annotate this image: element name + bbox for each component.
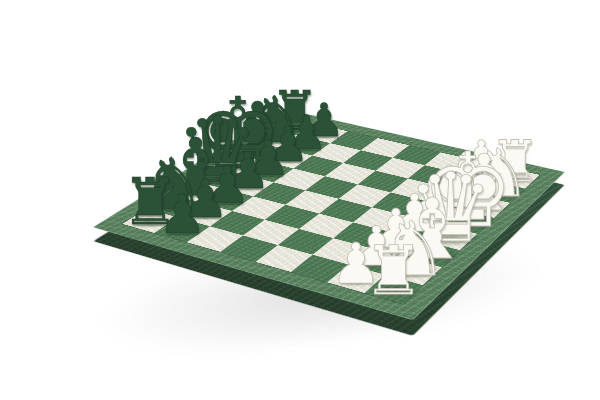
rook-glyph: ♜: [363, 231, 424, 310]
photo-stage: ♜♞♝♛♚♝♞♜♟♟♟♟♟♟♟♟♟♟♟♟♟♟♟♟♜♞♝♛♚♝♞♜: [0, 0, 600, 400]
piece-green-pawn-a7[interactable]: ♟: [158, 188, 207, 242]
piece-white-rook-a1[interactable]: ♜: [363, 237, 424, 305]
pieces-layer: ♜♞♝♛♚♝♞♜♟♟♟♟♟♟♟♟♟♟♟♟♟♟♟♟♜♞♝♛♚♝♞♜: [0, 0, 600, 400]
pawn-glyph: ♟: [158, 183, 207, 246]
